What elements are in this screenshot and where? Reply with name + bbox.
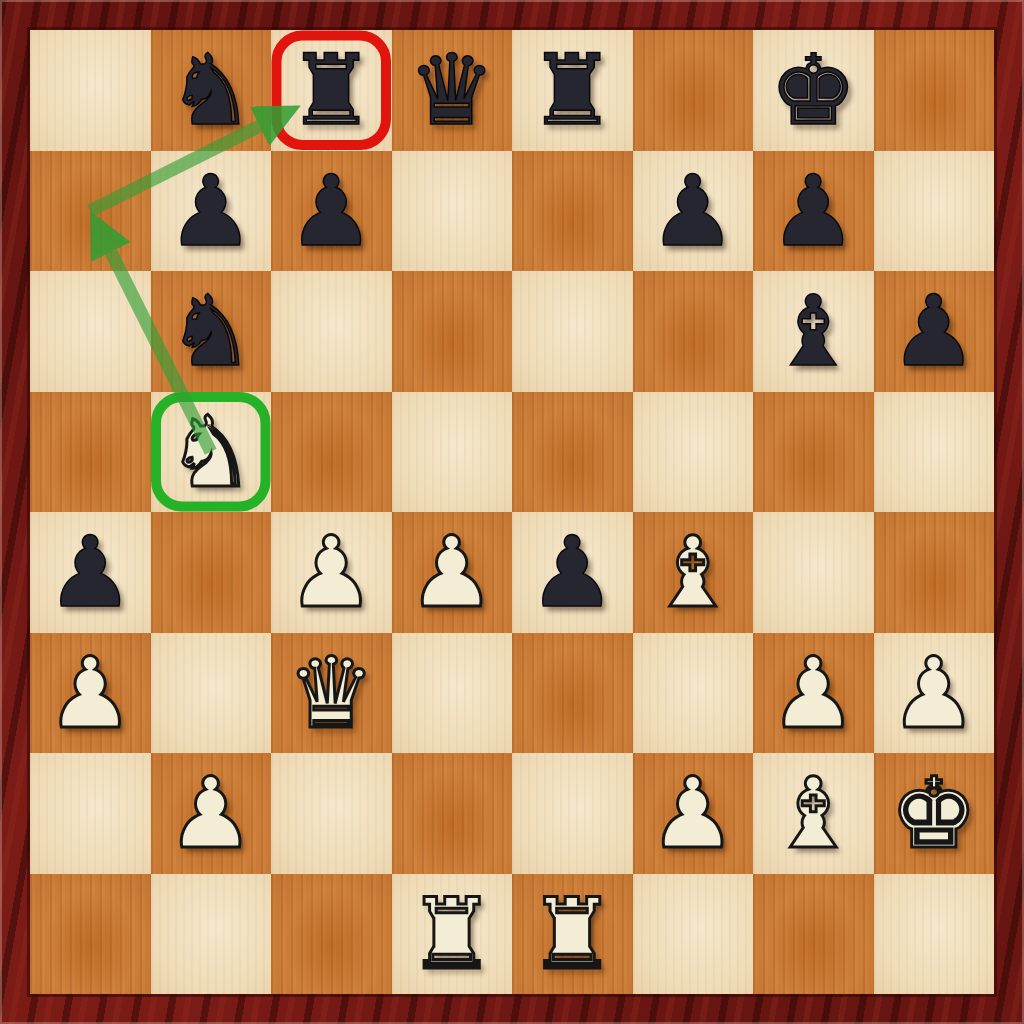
square-f8[interactable] [633,30,754,151]
square-d1[interactable]: ♜ [392,874,513,995]
square-b4[interactable] [151,512,272,633]
piece-black-knight[interactable]: ♞ [151,30,272,151]
square-e5[interactable] [512,392,633,513]
piece-white-pawn[interactable]: ♟ [392,512,513,633]
square-b3[interactable] [151,633,272,754]
square-b2[interactable]: ♟ [151,753,272,874]
square-f5[interactable] [633,392,754,513]
square-c2[interactable] [271,753,392,874]
piece-black-king[interactable]: ♚ [753,30,874,151]
piece-black-pawn[interactable]: ♟ [753,151,874,272]
piece-black-pawn[interactable]: ♟ [30,512,151,633]
piece-white-pawn[interactable]: ♟ [271,512,392,633]
piece-white-pawn[interactable]: ♟ [151,753,272,874]
piece-white-rook[interactable]: ♜ [392,874,513,995]
piece-black-bishop[interactable]: ♝ [753,271,874,392]
piece-white-knight[interactable]: ♞ [151,392,272,513]
square-g6[interactable]: ♝ [753,271,874,392]
piece-black-pawn[interactable]: ♟ [151,151,272,272]
square-c7[interactable]: ♟ [271,151,392,272]
square-g5[interactable] [753,392,874,513]
square-b7[interactable]: ♟ [151,151,272,272]
square-e1[interactable]: ♜ [512,874,633,995]
square-a3[interactable]: ♟ [30,633,151,754]
square-d5[interactable] [392,392,513,513]
square-f1[interactable] [633,874,754,995]
piece-white-pawn[interactable]: ♟ [633,753,754,874]
square-g7[interactable]: ♟ [753,151,874,272]
square-h5[interactable] [874,392,995,513]
piece-black-pawn[interactable]: ♟ [512,512,633,633]
square-f4[interactable]: ♝ [633,512,754,633]
square-g8[interactable]: ♚ [753,30,874,151]
piece-white-pawn[interactable]: ♟ [753,633,874,754]
square-c1[interactable] [271,874,392,995]
square-b8[interactable]: ♞ [151,30,272,151]
square-a8[interactable] [30,30,151,151]
piece-white-pawn[interactable]: ♟ [30,633,151,754]
square-a6[interactable] [30,271,151,392]
square-f7[interactable]: ♟ [633,151,754,272]
square-a7[interactable] [30,151,151,272]
square-h4[interactable] [874,512,995,633]
square-h7[interactable] [874,151,995,272]
square-a5[interactable] [30,392,151,513]
square-d3[interactable] [392,633,513,754]
square-c5[interactable] [271,392,392,513]
square-e2[interactable] [512,753,633,874]
square-e3[interactable] [512,633,633,754]
square-b1[interactable] [151,874,272,995]
board-frame: ♞♜♛♜♚♟♟♟♟♞♝♟♞♟♟♟♟♝♟♛♟♟♟♟♝♚♜♜ [0,0,1024,1024]
chess-board: ♞♜♛♜♚♟♟♟♟♞♝♟♞♟♟♟♟♝♟♛♟♟♟♟♝♚♜♜ [30,30,994,994]
square-g1[interactable] [753,874,874,995]
piece-white-pawn[interactable]: ♟ [874,633,995,754]
square-d6[interactable] [392,271,513,392]
square-h8[interactable] [874,30,995,151]
square-d7[interactable] [392,151,513,272]
piece-black-pawn[interactable]: ♟ [874,271,995,392]
square-a2[interactable] [30,753,151,874]
square-h2[interactable]: ♚ [874,753,995,874]
square-g2[interactable]: ♝ [753,753,874,874]
piece-white-rook[interactable]: ♜ [512,874,633,995]
square-f3[interactable] [633,633,754,754]
square-a1[interactable] [30,874,151,995]
piece-black-queen[interactable]: ♛ [392,30,513,151]
square-d2[interactable] [392,753,513,874]
square-h1[interactable] [874,874,995,995]
piece-white-bishop[interactable]: ♝ [633,512,754,633]
square-e4[interactable]: ♟ [512,512,633,633]
square-d4[interactable]: ♟ [392,512,513,633]
piece-black-pawn[interactable]: ♟ [633,151,754,272]
square-g4[interactable] [753,512,874,633]
piece-black-rook[interactable]: ♜ [271,30,392,151]
square-a4[interactable]: ♟ [30,512,151,633]
piece-white-king[interactable]: ♚ [874,753,995,874]
square-f2[interactable]: ♟ [633,753,754,874]
square-h3[interactable]: ♟ [874,633,995,754]
square-e8[interactable]: ♜ [512,30,633,151]
square-h6[interactable]: ♟ [874,271,995,392]
square-d8[interactable]: ♛ [392,30,513,151]
square-c6[interactable] [271,271,392,392]
square-b6[interactable]: ♞ [151,271,272,392]
square-b5[interactable]: ♞ [151,392,272,513]
piece-white-bishop[interactable]: ♝ [753,753,874,874]
square-c4[interactable]: ♟ [271,512,392,633]
piece-black-pawn[interactable]: ♟ [271,151,392,272]
piece-black-knight[interactable]: ♞ [151,271,272,392]
square-e7[interactable] [512,151,633,272]
piece-black-rook[interactable]: ♜ [512,30,633,151]
square-f6[interactable] [633,271,754,392]
piece-white-queen[interactable]: ♛ [271,633,392,754]
square-c8[interactable]: ♜ [271,30,392,151]
square-e6[interactable] [512,271,633,392]
square-g3[interactable]: ♟ [753,633,874,754]
square-c3[interactable]: ♛ [271,633,392,754]
